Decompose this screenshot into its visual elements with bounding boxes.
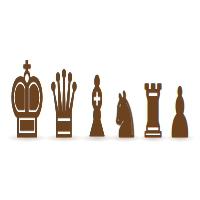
bishop-piece: ♝	[83, 79, 112, 137]
king-piece: ♚	[7, 65, 47, 137]
queen-piece: ♛	[47, 73, 80, 137]
pawn-piece: ♟	[168, 89, 192, 137]
rook-piece: ♜	[140, 87, 166, 137]
knight-piece: ♞	[111, 93, 139, 137]
chess-pieces-photo: ♚ ♛ ♝ ♞ ♜ ♟	[0, 0, 200, 200]
